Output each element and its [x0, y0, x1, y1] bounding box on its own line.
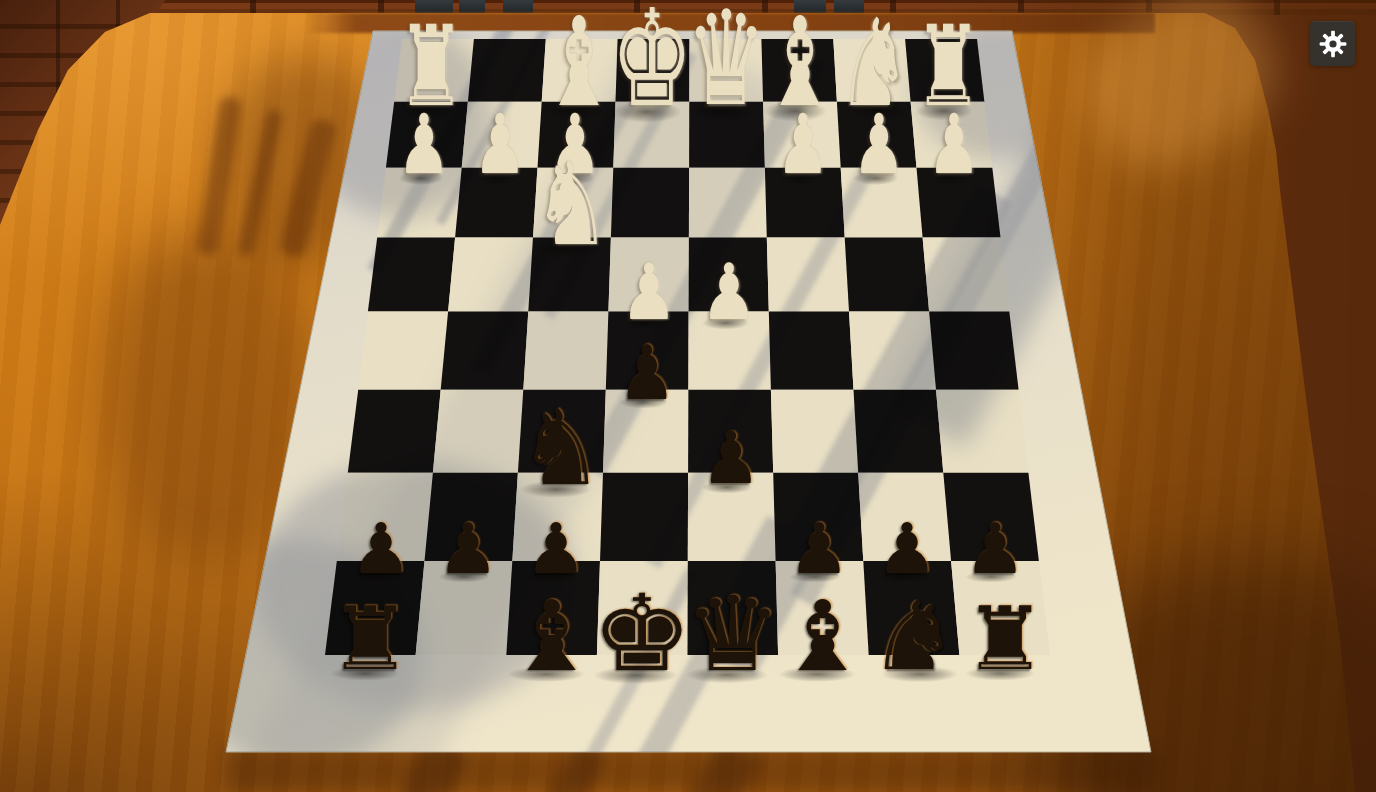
piece-black-pawn-f7[interactable]: ♟	[525, 514, 587, 584]
scene: ♜♞♝♛♚♝♜♟♟♟♟♟♟♞♟♟♟♟♞♟♟♟♟♟♟♜♞♝♛♚♝♜	[0, 0, 1376, 792]
piece-white-pawn-h2[interactable]: ♟	[397, 104, 450, 187]
piece-black-pawn-h7[interactable]: ♟	[350, 514, 412, 584]
piece-black-pawn-d6[interactable]: ♟	[701, 422, 761, 495]
piece-black-pawn-a7[interactable]: ♟	[964, 514, 1026, 584]
settings-button[interactable]	[1310, 21, 1355, 66]
piece-white-knight-f3[interactable]: ♞	[533, 147, 611, 262]
piece-black-pawn-e5[interactable]: ♟	[618, 335, 676, 410]
piece-white-queen-d1[interactable]: ♛	[686, 0, 766, 125]
piece-black-pawn-g7[interactable]: ♟	[438, 514, 500, 584]
piece-white-pawn-e4[interactable]: ♟	[620, 254, 676, 332]
gear-icon	[1317, 28, 1349, 60]
piece-black-queen-d8[interactable]: ♛	[684, 583, 783, 686]
piece-white-pawn-g2[interactable]: ♟	[473, 104, 526, 187]
piece-black-rook-a8[interactable]: ♜	[963, 595, 1047, 683]
piece-black-pawn-b7[interactable]: ♟	[876, 514, 938, 584]
piece-black-pawn-c7[interactable]: ♟	[789, 514, 851, 584]
piece-black-king-e8[interactable]: ♚	[592, 580, 693, 686]
piece-white-pawn-d4[interactable]: ♟	[701, 254, 757, 332]
piece-white-king-e1[interactable]: ♚	[611, 0, 694, 126]
piece-white-pawn-b2[interactable]: ♟	[852, 104, 905, 187]
piece-black-bishop-f8[interactable]: ♝	[505, 588, 597, 685]
piece-black-bishop-c8[interactable]: ♝	[777, 588, 869, 685]
piece-white-pawn-c2[interactable]: ♟	[776, 104, 829, 187]
piece-black-knight-b8[interactable]: ♞	[869, 589, 960, 685]
piece-white-pawn-a2[interactable]: ♟	[928, 104, 981, 187]
piece-black-knight-f6[interactable]: ♞	[518, 396, 604, 500]
piece-black-rook-h8[interactable]: ♜	[329, 595, 413, 683]
pieces-layer: ♜♞♝♛♚♝♜♟♟♟♟♟♟♞♟♟♟♟♞♟♟♟♟♟♟♜♞♝♛♚♝♜	[0, 0, 1376, 792]
